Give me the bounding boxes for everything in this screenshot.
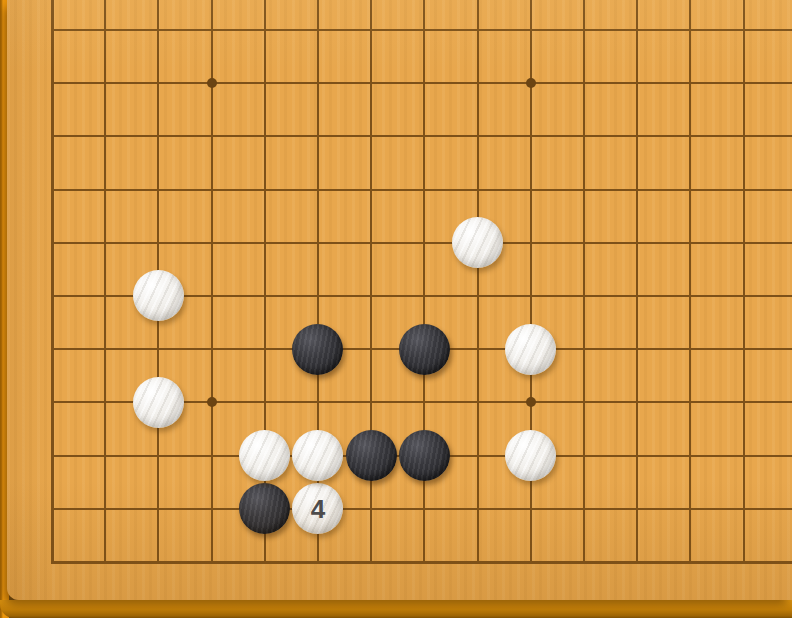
move-number-label: 4	[292, 483, 343, 534]
white-stone	[452, 217, 503, 268]
white-stone	[239, 430, 290, 481]
board-frame-bottom	[0, 600, 792, 618]
black-stone	[399, 324, 450, 375]
black-stone	[239, 483, 290, 534]
black-stone	[399, 430, 450, 481]
go-board-panel: 4	[0, 0, 792, 618]
black-stone	[292, 324, 343, 375]
go-board[interactable]: 4	[7, 0, 792, 600]
white-stone	[505, 430, 556, 481]
white-stone: 4	[292, 483, 343, 534]
white-stone	[505, 324, 556, 375]
black-stone	[346, 430, 397, 481]
stones-layer: 4	[25, 3, 770, 588]
white-stone	[133, 270, 184, 321]
white-stone	[133, 377, 184, 428]
white-stone	[292, 430, 343, 481]
